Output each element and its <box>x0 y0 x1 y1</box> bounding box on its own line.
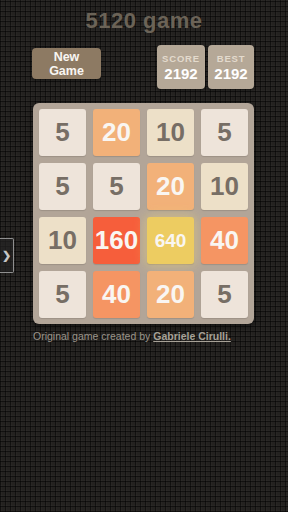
board-grid[interactable]: 5201055520101016064040540205 <box>33 103 254 324</box>
score-value: 2192 <box>164 65 197 83</box>
tile-10: 10 <box>147 109 194 156</box>
credit-link[interactable]: Gabriele Cirulli. <box>153 330 231 342</box>
tile-5: 5 <box>93 163 140 210</box>
credit-prefix: Original game created by <box>33 330 153 342</box>
credit-text: Original game created by Gabriele Cirull… <box>33 330 231 342</box>
chevron-right-icon: ❯ <box>2 249 11 262</box>
tile-5: 5 <box>201 109 248 156</box>
score-box: SCORE 2192 <box>157 45 205 89</box>
page-title: 5120 game <box>0 8 288 34</box>
best-label: BEST <box>217 52 246 65</box>
new-game-button[interactable]: New Game <box>32 48 101 79</box>
tile-640: 640 <box>147 217 194 264</box>
score-label: SCORE <box>162 52 200 65</box>
drawer-handle[interactable]: ❯ <box>0 238 14 273</box>
tile-5: 5 <box>39 163 86 210</box>
tile-40: 40 <box>201 217 248 264</box>
tile-160: 160 <box>93 217 140 264</box>
tile-40: 40 <box>93 271 140 318</box>
tile-5: 5 <box>39 109 86 156</box>
tile-20: 20 <box>147 271 194 318</box>
tile-10: 10 <box>39 217 86 264</box>
tile-20: 20 <box>93 109 140 156</box>
best-box: BEST 2192 <box>208 45 254 89</box>
best-value: 2192 <box>214 65 247 83</box>
app-screen: 5120 game New Game SCORE 2192 BEST 2192 … <box>0 0 288 512</box>
tile-5: 5 <box>39 271 86 318</box>
tile-10: 10 <box>201 163 248 210</box>
tile-20: 20 <box>147 163 194 210</box>
tile-5: 5 <box>201 271 248 318</box>
